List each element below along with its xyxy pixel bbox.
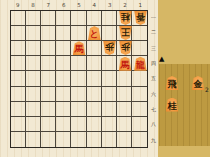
board-cell[interactable]	[71, 11, 86, 26]
board-cell[interactable]	[56, 71, 71, 86]
board-cell[interactable]	[102, 11, 117, 26]
board-cell[interactable]	[11, 11, 26, 26]
board-cell[interactable]	[26, 11, 41, 26]
board-cell[interactable]	[117, 71, 132, 86]
board-cell[interactable]	[132, 117, 147, 132]
board-cell[interactable]	[11, 41, 26, 56]
board-cell[interactable]	[56, 87, 71, 102]
piece-glyph: 歩	[105, 42, 114, 54]
file-label: 2	[117, 1, 132, 9]
board-cell[interactable]	[56, 26, 71, 41]
board-cell[interactable]	[41, 56, 56, 71]
board-cell[interactable]	[132, 102, 147, 117]
board-cell[interactable]	[11, 102, 26, 117]
board-cell[interactable]	[11, 56, 26, 71]
piece-glyph: 歩	[121, 42, 130, 54]
rank-label: 一	[150, 10, 158, 25]
piece-glyph: と	[90, 27, 99, 39]
file-label: 9	[10, 1, 25, 9]
board-cell[interactable]	[102, 56, 117, 71]
board-cell[interactable]	[56, 117, 71, 132]
board-cell[interactable]	[71, 117, 86, 132]
rank-label: 九	[150, 133, 158, 148]
piece-glyph: 馬	[75, 42, 84, 54]
board-cell[interactable]	[56, 11, 71, 26]
board-cell[interactable]	[11, 117, 26, 132]
piece-glyph: 桂	[121, 12, 130, 24]
file-label: 5	[71, 1, 86, 9]
board-cell[interactable]	[41, 132, 56, 147]
rank-label: 五	[150, 71, 158, 86]
file-label: 3	[102, 1, 117, 9]
board-cell[interactable]	[56, 56, 71, 71]
board-cell[interactable]	[87, 132, 102, 147]
rank-label: 二	[150, 25, 158, 40]
board-cell[interactable]	[87, 117, 102, 132]
board-cell[interactable]	[71, 71, 86, 86]
board-cell[interactable]	[87, 41, 102, 56]
rank-label: 八	[150, 117, 158, 132]
board-cell[interactable]	[41, 117, 56, 132]
board-cell[interactable]	[117, 117, 132, 132]
shogi-app-screen: 987654321 一二三四五六七八九 桂香と王馬歩歩馬龍 ▲ 飛金2桂	[0, 0, 210, 157]
shogi-board: 987654321 一二三四五六七八九 桂香と王馬歩歩馬龍	[0, 0, 158, 157]
board-cell[interactable]	[71, 87, 86, 102]
board-cell[interactable]	[117, 87, 132, 102]
board-cell[interactable]	[132, 132, 147, 147]
board-cell[interactable]	[41, 71, 56, 86]
piece-glyph: 桂	[168, 99, 177, 111]
file-label: 4	[87, 1, 102, 9]
board-cell[interactable]	[102, 71, 117, 86]
board-cell[interactable]	[71, 132, 86, 147]
board-cell[interactable]	[26, 26, 41, 41]
rank-label: 四	[150, 56, 158, 71]
file-label: 7	[41, 1, 56, 9]
board-cell[interactable]	[87, 11, 102, 26]
board-cell[interactable]	[56, 41, 71, 56]
board-cell[interactable]	[87, 71, 102, 86]
piece-glyph: 馬	[121, 58, 130, 70]
hand-piece-count: 2	[205, 87, 209, 93]
board-cell[interactable]	[102, 26, 117, 41]
board-cell[interactable]	[26, 102, 41, 117]
board-cell[interactable]	[71, 102, 86, 117]
board-cell[interactable]	[11, 26, 26, 41]
piece-glyph: 王	[121, 27, 130, 39]
board-cell[interactable]	[41, 41, 56, 56]
board-cell[interactable]	[71, 26, 86, 41]
board-cell[interactable]	[56, 102, 71, 117]
piece-glyph: 香	[136, 12, 145, 24]
piece-glyph: 金	[194, 77, 203, 89]
board-cell[interactable]	[132, 41, 147, 56]
board-cell[interactable]	[26, 56, 41, 71]
board-cell[interactable]	[26, 132, 41, 147]
rank-label: 六	[150, 87, 158, 102]
board-cell[interactable]	[71, 56, 86, 71]
board-cell[interactable]	[41, 102, 56, 117]
file-label: 8	[25, 1, 40, 9]
board-cell[interactable]	[11, 71, 26, 86]
board-cell[interactable]	[11, 87, 26, 102]
board-cell[interactable]	[132, 87, 147, 102]
board-cell[interactable]	[102, 132, 117, 147]
piece-stand	[159, 64, 210, 146]
rank-label: 三	[150, 41, 158, 56]
board-cell[interactable]	[41, 11, 56, 26]
board-cell[interactable]	[87, 56, 102, 71]
rank-label: 七	[150, 102, 158, 117]
board-cell[interactable]	[87, 87, 102, 102]
board-cell[interactable]	[41, 26, 56, 41]
board-cell[interactable]	[132, 26, 147, 41]
board-cell[interactable]	[102, 87, 117, 102]
board-cell[interactable]	[56, 132, 71, 147]
board-cell[interactable]	[26, 41, 41, 56]
file-label: 6	[56, 1, 71, 9]
board-cell[interactable]	[102, 102, 117, 117]
sente-turn-indicator: ▲	[159, 55, 164, 63]
board-cell[interactable]	[87, 102, 102, 117]
board-cell[interactable]	[117, 132, 132, 147]
board-cell[interactable]	[132, 71, 147, 86]
board-cell[interactable]	[41, 87, 56, 102]
piece-glyph: 龍	[136, 58, 145, 70]
file-label: 1	[133, 1, 148, 9]
board-cell[interactable]	[102, 117, 117, 132]
board-cell[interactable]	[26, 71, 41, 86]
piece-glyph: 飛	[168, 77, 177, 89]
board-cell[interactable]	[117, 102, 132, 117]
board-cell[interactable]	[11, 132, 26, 147]
board-cell[interactable]	[26, 87, 41, 102]
board-cell[interactable]	[26, 117, 41, 132]
